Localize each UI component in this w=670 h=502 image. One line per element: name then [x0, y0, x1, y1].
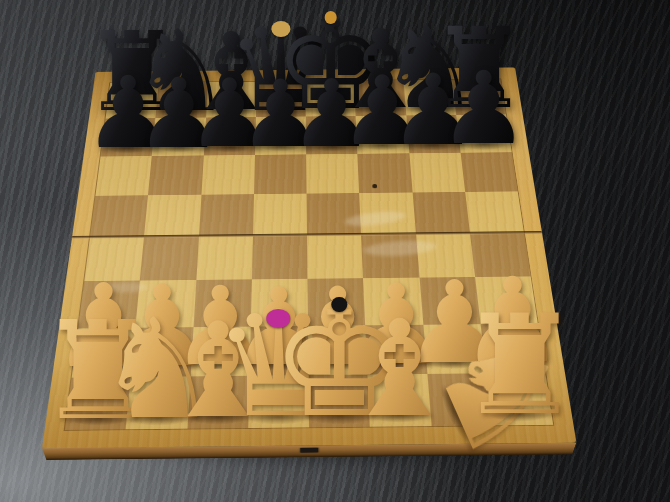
board-front-edge: [42, 443, 576, 460]
board-scene: [70, 0, 545, 472]
square-a3[interactable]: [78, 281, 140, 328]
square-b2[interactable]: [131, 327, 193, 377]
square-d1[interactable]: [248, 375, 309, 428]
square-g8[interactable]: [403, 80, 456, 116]
board-grid: [65, 79, 553, 430]
square-c7[interactable]: [203, 117, 255, 155]
square-h2[interactable]: [480, 323, 545, 373]
square-h5[interactable]: [465, 191, 524, 233]
square-d8[interactable]: [256, 81, 306, 117]
square-d7[interactable]: [255, 117, 306, 155]
square-b5[interactable]: [144, 195, 201, 237]
square-g3[interactable]: [419, 277, 480, 324]
square-b8[interactable]: [156, 82, 208, 118]
square-d4[interactable]: [252, 235, 308, 280]
square-d5[interactable]: [253, 193, 307, 235]
square-g5[interactable]: [412, 192, 470, 234]
square-c8[interactable]: [206, 82, 257, 118]
square-f4[interactable]: [361, 234, 419, 279]
square-a5[interactable]: [90, 195, 148, 237]
square-a1[interactable]: [65, 377, 131, 430]
square-h8[interactable]: [452, 79, 506, 115]
square-h7[interactable]: [456, 115, 512, 153]
square-h6[interactable]: [460, 152, 517, 192]
square-a6[interactable]: [95, 156, 152, 196]
square-c2[interactable]: [190, 326, 250, 376]
square-f1[interactable]: [368, 374, 431, 427]
square-b7[interactable]: [152, 118, 206, 156]
square-g6[interactable]: [409, 152, 465, 192]
square-g7[interactable]: [406, 115, 460, 153]
square-e3[interactable]: [307, 278, 365, 325]
square-h3[interactable]: [475, 277, 538, 324]
square-e8[interactable]: [305, 81, 355, 117]
square-f3[interactable]: [363, 278, 423, 325]
square-g4[interactable]: [415, 233, 474, 278]
square-e7[interactable]: [306, 116, 358, 154]
square-e5[interactable]: [307, 193, 362, 235]
square-c1[interactable]: [187, 376, 249, 429]
square-d6[interactable]: [254, 154, 307, 194]
square-f6[interactable]: [358, 153, 413, 193]
square-e1[interactable]: [308, 374, 370, 427]
square-e2[interactable]: [308, 325, 368, 375]
square-d2[interactable]: [249, 326, 308, 376]
square-f5[interactable]: [359, 192, 415, 234]
square-c5[interactable]: [199, 194, 254, 236]
square-c6[interactable]: [201, 155, 255, 195]
square-a8[interactable]: [105, 83, 158, 119]
square-f2[interactable]: [365, 324, 426, 374]
square-b6[interactable]: [148, 155, 203, 195]
square-b1[interactable]: [126, 376, 190, 429]
square-b3[interactable]: [136, 280, 196, 327]
square-g1[interactable]: [427, 373, 492, 426]
square-c4[interactable]: [196, 236, 253, 281]
square-e6[interactable]: [306, 153, 359, 193]
square-b4[interactable]: [140, 236, 198, 281]
square-a4[interactable]: [84, 237, 144, 282]
chess-board: [42, 68, 576, 449]
screenshot-root: ♜♞♝♛♚♝♞♜♟♟♟♟♟♟♟♟♟♟♟♟♟♟♟♟♜♞♝♛♚♝♞♜: [0, 0, 670, 502]
square-c3[interactable]: [193, 280, 252, 327]
square-h1[interactable]: [486, 372, 553, 425]
square-a7[interactable]: [101, 118, 156, 156]
square-f8[interactable]: [354, 80, 406, 116]
square-g2[interactable]: [423, 324, 486, 374]
board-clasp: [300, 448, 318, 453]
square-d3[interactable]: [251, 279, 308, 326]
square-e4[interactable]: [307, 234, 363, 279]
square-a2[interactable]: [72, 327, 136, 377]
square-h4[interactable]: [470, 233, 531, 277]
square-f7[interactable]: [356, 116, 409, 154]
